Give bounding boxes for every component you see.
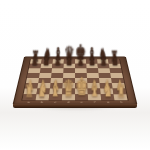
square-f1[interactable]: ♝ <box>88 94 101 100</box>
white-rook[interactable]: ♜ <box>25 82 34 99</box>
file-label-h: h <box>115 101 129 103</box>
square-d7[interactable]: ♟ <box>64 64 75 69</box>
file-label-b: b <box>35 101 49 103</box>
square-g7[interactable]: ♟ <box>98 64 110 69</box>
black-pawn[interactable]: ♟ <box>54 55 61 68</box>
file-coordinates: abcdefgh <box>22 101 129 104</box>
black-pawn[interactable]: ♟ <box>43 55 50 68</box>
square-h7[interactable]: ♟ <box>109 64 121 69</box>
file-label-a: a <box>22 101 36 103</box>
file-label-c: c <box>48 101 61 103</box>
file-label-d: d <box>62 101 75 103</box>
white-queen[interactable]: ♛ <box>63 77 75 100</box>
square-d1[interactable]: ♛ <box>62 94 75 100</box>
chess-board[interactable]: ♜♞♝♛♚♝♞♜♟♟♟♟♟♟♟♟♟♟♟♟♟♟♟♟♜♞♝♛♚♝♞♜ <box>21 59 129 101</box>
square-g1[interactable]: ♞ <box>101 94 115 100</box>
white-rook[interactable]: ♜ <box>117 82 126 99</box>
black-pawn[interactable]: ♟ <box>100 55 107 68</box>
square-c1[interactable]: ♝ <box>49 94 62 100</box>
file-label-f: f <box>88 101 101 103</box>
white-bishop[interactable]: ♝ <box>50 79 60 99</box>
white-knight[interactable]: ♞ <box>37 80 47 100</box>
file-label-e: e <box>75 101 88 103</box>
white-knight[interactable]: ♞ <box>103 80 113 100</box>
square-c7[interactable]: ♟ <box>52 64 64 69</box>
black-pawn[interactable]: ♟ <box>112 55 119 68</box>
board-frame: ♜♞♝♛♚♝♞♜♟♟♟♟♟♟♟♟♟♟♟♟♟♟♟♟♜♞♝♛♚♝♞♜ abcdefg… <box>13 57 138 105</box>
black-pawn[interactable]: ♟ <box>77 55 84 68</box>
white-bishop[interactable]: ♝ <box>89 79 99 99</box>
square-e1[interactable]: ♚ <box>75 94 88 100</box>
file-label-g: g <box>101 101 115 103</box>
square-a1[interactable]: ♜ <box>22 94 36 100</box>
square-e7[interactable]: ♟ <box>75 64 86 69</box>
black-pawn[interactable]: ♟ <box>89 55 96 68</box>
square-a7[interactable]: ♟ <box>29 64 41 69</box>
square-b1[interactable]: ♞ <box>36 94 50 100</box>
white-king[interactable]: ♚ <box>75 75 88 100</box>
photo-canvas: ♜♞♝♛♚♝♞♜♟♟♟♟♟♟♟♟♟♟♟♟♟♟♟♟♜♞♝♛♚♝♞♜ abcdefg… <box>0 0 150 150</box>
square-b7[interactable]: ♟ <box>41 64 53 69</box>
board-scene: ♜♞♝♛♚♝♞♜♟♟♟♟♟♟♟♟♟♟♟♟♟♟♟♟♜♞♝♛♚♝♞♜ abcdefg… <box>19 22 131 134</box>
black-pawn[interactable]: ♟ <box>66 55 73 68</box>
square-f7[interactable]: ♟ <box>86 64 98 69</box>
black-pawn[interactable]: ♟ <box>32 55 39 68</box>
square-h1[interactable]: ♜ <box>114 94 128 100</box>
